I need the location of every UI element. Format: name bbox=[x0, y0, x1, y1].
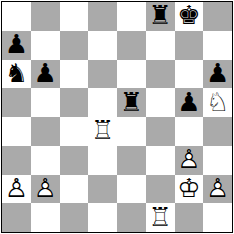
white-rook-f1[interactable]: ♜♖ bbox=[146, 203, 175, 232]
black-rook-icon: ♜ bbox=[117, 88, 146, 117]
white-pawn-g3[interactable]: ♟♙ bbox=[175, 146, 204, 175]
square-a6[interactable]: ♞ bbox=[2, 60, 31, 89]
square-h8[interactable] bbox=[203, 2, 232, 31]
square-h2[interactable]: ♟♙ bbox=[203, 175, 232, 204]
square-f8[interactable]: ♜ bbox=[146, 2, 175, 31]
white-pawn-icon: ♙ bbox=[175, 146, 204, 175]
black-king-icon: ♚ bbox=[175, 2, 204, 31]
square-b8[interactable] bbox=[31, 2, 60, 31]
square-d6[interactable] bbox=[88, 60, 117, 89]
square-g2[interactable]: ♚♔ bbox=[175, 175, 204, 204]
square-c4[interactable] bbox=[60, 117, 89, 146]
square-d7[interactable] bbox=[88, 31, 117, 60]
black-pawn-icon: ♟ bbox=[2, 31, 31, 60]
white-king-g2[interactable]: ♚♔ bbox=[175, 175, 204, 204]
chess-board-frame: ♜♚♟♞♟♟♜♟♞♘♜♖♟♙♟♙♟♙♚♔♟♙♜♖ bbox=[1, 1, 233, 233]
square-a4[interactable] bbox=[2, 117, 31, 146]
square-h4[interactable] bbox=[203, 117, 232, 146]
white-pawn-b2[interactable]: ♟♙ bbox=[31, 175, 60, 204]
white-pawn-h2[interactable]: ♟♙ bbox=[203, 175, 232, 204]
square-g7[interactable] bbox=[175, 31, 204, 60]
square-b7[interactable] bbox=[31, 31, 60, 60]
black-pawn-icon: ♟ bbox=[175, 88, 204, 117]
black-knight-icon: ♞ bbox=[2, 60, 31, 89]
square-d8[interactable] bbox=[88, 2, 117, 31]
square-a2[interactable]: ♟♙ bbox=[2, 175, 31, 204]
black-rook-f8[interactable]: ♜ bbox=[146, 2, 175, 31]
white-pawn-icon: ♙ bbox=[2, 175, 31, 204]
square-b3[interactable] bbox=[31, 146, 60, 175]
square-b6[interactable]: ♟ bbox=[31, 60, 60, 89]
square-c3[interactable] bbox=[60, 146, 89, 175]
square-c2[interactable] bbox=[60, 175, 89, 204]
square-c7[interactable] bbox=[60, 31, 89, 60]
square-f2[interactable] bbox=[146, 175, 175, 204]
square-e1[interactable] bbox=[117, 203, 146, 232]
square-g6[interactable] bbox=[175, 60, 204, 89]
white-king-icon: ♔ bbox=[175, 175, 204, 204]
white-pawn-a2[interactable]: ♟♙ bbox=[2, 175, 31, 204]
square-b1[interactable] bbox=[31, 203, 60, 232]
black-rook-icon: ♜ bbox=[146, 2, 175, 31]
square-c8[interactable] bbox=[60, 2, 89, 31]
black-pawn-a7[interactable]: ♟ bbox=[2, 31, 31, 60]
white-knight-h5[interactable]: ♞♘ bbox=[203, 88, 232, 117]
square-f3[interactable] bbox=[146, 146, 175, 175]
square-f5[interactable] bbox=[146, 88, 175, 117]
square-d2[interactable] bbox=[88, 175, 117, 204]
square-d4[interactable]: ♜♖ bbox=[88, 117, 117, 146]
white-rook-icon: ♖ bbox=[88, 117, 117, 146]
black-pawn-g5[interactable]: ♟ bbox=[175, 88, 204, 117]
black-pawn-b6[interactable]: ♟ bbox=[31, 60, 60, 89]
square-e6[interactable] bbox=[117, 60, 146, 89]
square-b2[interactable]: ♟♙ bbox=[31, 175, 60, 204]
square-a7[interactable]: ♟ bbox=[2, 31, 31, 60]
square-a8[interactable] bbox=[2, 2, 31, 31]
square-a3[interactable] bbox=[2, 146, 31, 175]
square-c1[interactable] bbox=[60, 203, 89, 232]
square-g3[interactable]: ♟♙ bbox=[175, 146, 204, 175]
square-g1[interactable] bbox=[175, 203, 204, 232]
square-d3[interactable] bbox=[88, 146, 117, 175]
white-rook-d4[interactable]: ♜♖ bbox=[88, 117, 117, 146]
black-pawn-h6[interactable]: ♟ bbox=[203, 60, 232, 89]
square-h7[interactable] bbox=[203, 31, 232, 60]
square-b5[interactable] bbox=[31, 88, 60, 117]
black-rook-e5[interactable]: ♜ bbox=[117, 88, 146, 117]
square-e4[interactable] bbox=[117, 117, 146, 146]
square-g5[interactable]: ♟ bbox=[175, 88, 204, 117]
white-rook-icon: ♖ bbox=[146, 203, 175, 232]
black-king-g8[interactable]: ♚ bbox=[175, 2, 204, 31]
square-e8[interactable] bbox=[117, 2, 146, 31]
square-c6[interactable] bbox=[60, 60, 89, 89]
square-h1[interactable] bbox=[203, 203, 232, 232]
square-d1[interactable] bbox=[88, 203, 117, 232]
white-knight-icon: ♘ bbox=[203, 88, 232, 117]
chess-board: ♜♚♟♞♟♟♜♟♞♘♜♖♟♙♟♙♟♙♚♔♟♙♜♖ bbox=[2, 2, 232, 232]
white-pawn-icon: ♙ bbox=[31, 175, 60, 204]
square-h3[interactable] bbox=[203, 146, 232, 175]
square-h6[interactable]: ♟ bbox=[203, 60, 232, 89]
black-knight-a6[interactable]: ♞ bbox=[2, 60, 31, 89]
square-f1[interactable]: ♜♖ bbox=[146, 203, 175, 232]
square-g8[interactable]: ♚ bbox=[175, 2, 204, 31]
square-f4[interactable] bbox=[146, 117, 175, 146]
square-e3[interactable] bbox=[117, 146, 146, 175]
square-g4[interactable] bbox=[175, 117, 204, 146]
square-c5[interactable] bbox=[60, 88, 89, 117]
square-a5[interactable] bbox=[2, 88, 31, 117]
white-pawn-icon: ♙ bbox=[203, 175, 232, 204]
black-pawn-icon: ♟ bbox=[203, 60, 232, 89]
square-b4[interactable] bbox=[31, 117, 60, 146]
square-a1[interactable] bbox=[2, 203, 31, 232]
square-f7[interactable] bbox=[146, 31, 175, 60]
square-e5[interactable]: ♜ bbox=[117, 88, 146, 117]
square-d5[interactable] bbox=[88, 88, 117, 117]
square-h5[interactable]: ♞♘ bbox=[203, 88, 232, 117]
square-e2[interactable] bbox=[117, 175, 146, 204]
square-e7[interactable] bbox=[117, 31, 146, 60]
black-pawn-icon: ♟ bbox=[31, 60, 60, 89]
square-f6[interactable] bbox=[146, 60, 175, 89]
